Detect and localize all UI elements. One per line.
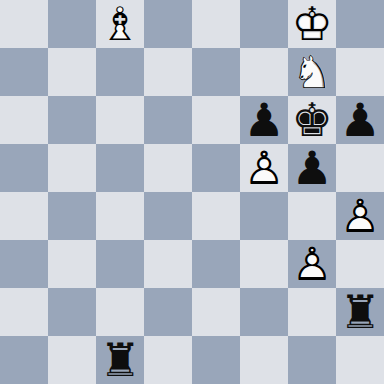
square-f6[interactable]: ♟	[240, 96, 288, 144]
square-f3[interactable]	[240, 240, 288, 288]
white-pawn-outline-icon: ♙	[288, 240, 336, 288]
square-d8[interactable]	[144, 0, 192, 48]
square-a6[interactable]	[0, 96, 48, 144]
square-f5[interactable]: ♟♙	[240, 144, 288, 192]
chess-board: ♝♗♚♔♞♘♟♚♟♟♙♟♟♙♟♙♜♜	[0, 0, 384, 384]
square-e5[interactable]	[192, 144, 240, 192]
square-h7[interactable]	[336, 48, 384, 96]
square-d4[interactable]	[144, 192, 192, 240]
square-g1[interactable]	[288, 336, 336, 384]
square-c5[interactable]	[96, 144, 144, 192]
square-e3[interactable]	[192, 240, 240, 288]
black-pawn-icon: ♟	[336, 96, 384, 144]
square-e4[interactable]	[192, 192, 240, 240]
square-c1[interactable]: ♜	[96, 336, 144, 384]
square-g2[interactable]	[288, 288, 336, 336]
square-e6[interactable]	[192, 96, 240, 144]
white-pawn-outline-icon: ♙	[336, 192, 384, 240]
square-d1[interactable]	[144, 336, 192, 384]
square-h8[interactable]	[336, 0, 384, 48]
square-c6[interactable]	[96, 96, 144, 144]
white-pawn-icon: ♟	[240, 144, 288, 192]
square-h1[interactable]	[336, 336, 384, 384]
square-f7[interactable]	[240, 48, 288, 96]
square-f4[interactable]	[240, 192, 288, 240]
white-bishop-outline-icon: ♗	[96, 0, 144, 48]
square-c4[interactable]	[96, 192, 144, 240]
square-g4[interactable]	[288, 192, 336, 240]
white-pawn-icon: ♟	[336, 192, 384, 240]
square-e8[interactable]	[192, 0, 240, 48]
white-bishop-icon: ♝	[96, 0, 144, 48]
square-b5[interactable]	[48, 144, 96, 192]
square-f8[interactable]	[240, 0, 288, 48]
square-e2[interactable]	[192, 288, 240, 336]
square-h3[interactable]	[336, 240, 384, 288]
square-g3[interactable]: ♟♙	[288, 240, 336, 288]
square-h5[interactable]	[336, 144, 384, 192]
square-f2[interactable]	[240, 288, 288, 336]
black-pawn-icon: ♟	[240, 96, 288, 144]
square-d7[interactable]	[144, 48, 192, 96]
black-king-icon: ♚	[288, 96, 336, 144]
square-b2[interactable]	[48, 288, 96, 336]
square-d2[interactable]	[144, 288, 192, 336]
square-a2[interactable]	[0, 288, 48, 336]
square-h2[interactable]: ♜	[336, 288, 384, 336]
square-c2[interactable]	[96, 288, 144, 336]
square-f1[interactable]	[240, 336, 288, 384]
square-g5[interactable]: ♟	[288, 144, 336, 192]
square-b1[interactable]	[48, 336, 96, 384]
white-pawn-icon: ♟	[288, 240, 336, 288]
square-b6[interactable]	[48, 96, 96, 144]
square-h4[interactable]: ♟♙	[336, 192, 384, 240]
square-b4[interactable]	[48, 192, 96, 240]
square-e1[interactable]	[192, 336, 240, 384]
square-a4[interactable]	[0, 192, 48, 240]
white-knight-icon: ♞	[288, 48, 336, 96]
square-c8[interactable]: ♝♗	[96, 0, 144, 48]
square-e7[interactable]	[192, 48, 240, 96]
square-d5[interactable]	[144, 144, 192, 192]
square-g8[interactable]: ♚♔	[288, 0, 336, 48]
white-king-icon: ♚	[288, 0, 336, 48]
black-rook-icon: ♜	[96, 336, 144, 384]
square-a5[interactable]	[0, 144, 48, 192]
square-a7[interactable]	[0, 48, 48, 96]
square-b3[interactable]	[48, 240, 96, 288]
white-knight-outline-icon: ♘	[288, 48, 336, 96]
white-pawn-outline-icon: ♙	[240, 144, 288, 192]
square-b8[interactable]	[48, 0, 96, 48]
black-pawn-icon: ♟	[288, 144, 336, 192]
square-c3[interactable]	[96, 240, 144, 288]
square-d3[interactable]	[144, 240, 192, 288]
square-a3[interactable]	[0, 240, 48, 288]
black-rook-icon: ♜	[336, 288, 384, 336]
square-g7[interactable]: ♞♘	[288, 48, 336, 96]
square-d6[interactable]	[144, 96, 192, 144]
square-a1[interactable]	[0, 336, 48, 384]
white-king-outline-icon: ♔	[288, 0, 336, 48]
square-g6[interactable]: ♚	[288, 96, 336, 144]
square-c7[interactable]	[96, 48, 144, 96]
square-h6[interactable]: ♟	[336, 96, 384, 144]
square-a8[interactable]	[0, 0, 48, 48]
square-b7[interactable]	[48, 48, 96, 96]
